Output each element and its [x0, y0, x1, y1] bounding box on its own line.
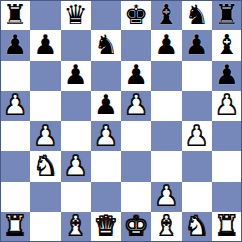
square-f2[interactable]: ♟ [151, 182, 181, 212]
piece-black-king: ♚ [124, 1, 148, 28]
square-e4[interactable] [121, 121, 151, 151]
square-d3[interactable] [91, 151, 121, 181]
piece-white-pawn: ♟ [215, 91, 239, 118]
square-f6[interactable] [151, 61, 181, 91]
piece-black-pawn: ♟ [124, 61, 148, 88]
square-c6[interactable]: ♟ [61, 61, 91, 91]
square-c5[interactable] [61, 91, 91, 121]
square-e7[interactable] [121, 30, 151, 60]
square-d7[interactable]: ♞ [91, 30, 121, 60]
piece-black-rook: ♜ [215, 1, 239, 28]
piece-white-bishop: ♝ [154, 212, 178, 239]
piece-white-pawn: ♟ [33, 122, 57, 149]
piece-white-rook: ♜ [3, 212, 27, 239]
square-g4[interactable]: ♟ [182, 121, 212, 151]
square-c4[interactable] [61, 121, 91, 151]
square-g3[interactable] [182, 151, 212, 181]
piece-white-bishop: ♝ [64, 212, 88, 239]
piece-black-pawn: ♟ [94, 91, 118, 118]
square-b7[interactable]: ♟ [30, 30, 60, 60]
square-f7[interactable]: ♟ [151, 30, 181, 60]
square-h3[interactable] [212, 151, 242, 181]
square-a6[interactable] [0, 61, 30, 91]
square-b4[interactable]: ♟ [30, 121, 60, 151]
square-e5[interactable]: ♟ [121, 91, 151, 121]
square-h7[interactable]: ♝ [212, 30, 242, 60]
piece-black-pawn: ♟ [215, 61, 239, 88]
square-b2[interactable] [30, 182, 60, 212]
piece-black-knight: ♞ [185, 1, 209, 28]
piece-black-pawn: ♟ [64, 61, 88, 88]
square-e8[interactable]: ♚ [121, 0, 151, 30]
piece-black-bishop: ♝ [215, 31, 239, 58]
square-b8[interactable] [30, 0, 60, 30]
square-d4[interactable]: ♟ [91, 121, 121, 151]
square-b5[interactable] [30, 91, 60, 121]
square-b3[interactable]: ♞ [30, 151, 60, 181]
square-g6[interactable] [182, 61, 212, 91]
chess-board: ♜♛♚♝♞♜♟♟♞♟♟♝♟♟♟♟♟♟♟♟♟♟♞♟♟♜♝♛♚♝♞♜ [0, 0, 242, 242]
square-h2[interactable] [212, 182, 242, 212]
square-g1[interactable]: ♞ [182, 212, 212, 242]
piece-black-pawn: ♟ [33, 31, 57, 58]
square-g5[interactable] [182, 91, 212, 121]
piece-white-king: ♚ [124, 212, 148, 239]
square-e1[interactable]: ♚ [121, 212, 151, 242]
square-c8[interactable]: ♛ [61, 0, 91, 30]
square-e6[interactable]: ♟ [121, 61, 151, 91]
square-e2[interactable] [121, 182, 151, 212]
square-c7[interactable] [61, 30, 91, 60]
square-g8[interactable]: ♞ [182, 0, 212, 30]
piece-white-pawn: ♟ [124, 91, 148, 118]
square-d6[interactable] [91, 61, 121, 91]
square-d1[interactable]: ♛ [91, 212, 121, 242]
square-c3[interactable]: ♟ [61, 151, 91, 181]
square-h5[interactable]: ♟ [212, 91, 242, 121]
piece-black-bishop: ♝ [154, 1, 178, 28]
piece-white-pawn: ♟ [64, 152, 88, 179]
square-f8[interactable]: ♝ [151, 0, 181, 30]
piece-black-queen: ♛ [64, 1, 88, 28]
square-f3[interactable] [151, 151, 181, 181]
square-d2[interactable] [91, 182, 121, 212]
square-d5[interactable]: ♟ [91, 91, 121, 121]
piece-black-pawn: ♟ [3, 31, 27, 58]
piece-white-pawn: ♟ [94, 122, 118, 149]
piece-white-rook: ♜ [215, 212, 239, 239]
square-a1[interactable]: ♜ [0, 212, 30, 242]
piece-white-pawn: ♟ [3, 91, 27, 118]
piece-white-pawn: ♟ [154, 182, 178, 209]
piece-white-knight: ♞ [33, 152, 57, 179]
piece-white-knight: ♞ [185, 212, 209, 239]
square-h1[interactable]: ♜ [212, 212, 242, 242]
square-f5[interactable] [151, 91, 181, 121]
square-a5[interactable]: ♟ [0, 91, 30, 121]
square-a8[interactable]: ♜ [0, 0, 30, 30]
piece-white-queen: ♛ [94, 212, 118, 239]
square-b1[interactable] [30, 212, 60, 242]
square-f4[interactable] [151, 121, 181, 151]
square-c2[interactable] [61, 182, 91, 212]
square-a2[interactable] [0, 182, 30, 212]
piece-black-pawn: ♟ [185, 31, 209, 58]
square-g7[interactable]: ♟ [182, 30, 212, 60]
square-h8[interactable]: ♜ [212, 0, 242, 30]
square-c1[interactable]: ♝ [61, 212, 91, 242]
square-a4[interactable] [0, 121, 30, 151]
square-h4[interactable] [212, 121, 242, 151]
square-a3[interactable] [0, 151, 30, 181]
piece-black-knight: ♞ [94, 31, 118, 58]
square-d8[interactable] [91, 0, 121, 30]
piece-white-pawn: ♟ [185, 122, 209, 149]
piece-black-rook: ♜ [3, 1, 27, 28]
square-e3[interactable] [121, 151, 151, 181]
square-b6[interactable] [30, 61, 60, 91]
square-g2[interactable] [182, 182, 212, 212]
square-a7[interactable]: ♟ [0, 30, 30, 60]
piece-black-pawn: ♟ [154, 31, 178, 58]
square-f1[interactable]: ♝ [151, 212, 181, 242]
square-h6[interactable]: ♟ [212, 61, 242, 91]
